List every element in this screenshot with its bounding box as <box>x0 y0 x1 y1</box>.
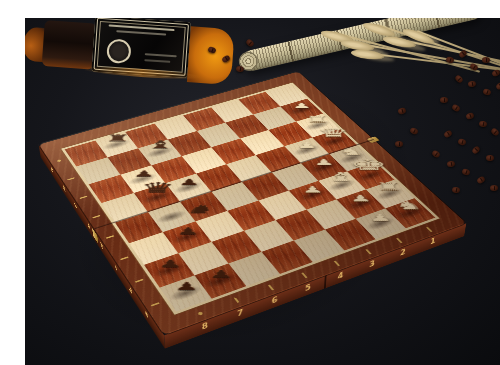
coffee-bean <box>486 155 494 162</box>
coffee-bean <box>461 168 471 176</box>
product-photo: 87654321 hgfedcba ♜♝♟♛♟♞♟♟♟♟♟♜♛♞♚♜♞♟♟♝♟♟… <box>25 18 500 365</box>
rook-icon: ♜ <box>104 133 131 143</box>
bishop-icon: ♝ <box>146 139 176 150</box>
coffee-bean <box>454 74 464 84</box>
square-a7[interactable] <box>195 263 247 298</box>
brass-clasp-icon <box>367 136 380 143</box>
coffee-bean <box>491 69 500 78</box>
bishop-icon: ♝ <box>326 171 357 183</box>
coffee-bean <box>490 185 498 191</box>
coffee-bean <box>447 160 456 167</box>
coffee-bean <box>440 97 448 103</box>
square-d5[interactable] <box>211 182 258 211</box>
coffee-bean <box>482 57 490 63</box>
coffee-bean <box>452 186 461 193</box>
coffee-bean <box>468 80 477 87</box>
coffee-bean <box>451 103 461 112</box>
product-listing-image: 87654321 hgfedcba ♜♝♟♛♟♞♟♟♟♟♟♜♛♞♚♜♞♟♟♝♟♟… <box>0 0 500 365</box>
coffee-bean <box>482 88 492 96</box>
coffee-bean <box>495 81 500 91</box>
pawn-icon: ♟ <box>296 141 317 149</box>
knight-icon: ♞ <box>338 147 365 157</box>
pawn-icon: ♟ <box>313 158 335 166</box>
coffee-bean <box>479 120 488 127</box>
coffee-bean <box>471 145 481 155</box>
pawn-icon: ♟ <box>133 170 155 178</box>
coffee-bean <box>490 127 500 137</box>
pawn-icon: ♟ <box>292 102 312 109</box>
coffee-bean <box>431 149 441 159</box>
square-a5[interactable] <box>262 241 313 274</box>
board-scene: 87654321 hgfedcba ♜♝♟♛♟♞♟♟♟♟♟♜♛♞♚♜♞♟♟♝♟♟… <box>76 18 408 348</box>
coffee-bean <box>443 129 453 138</box>
king-icon: ♚ <box>349 157 389 172</box>
chess-board: 87654321 hgfedcba ♜♝♟♛♟♞♟♟♟♟♟♜♛♞♚♜♞♟♟♝♟♟… <box>39 72 467 336</box>
coffee-bean <box>465 112 475 120</box>
square-a2[interactable] <box>356 208 406 239</box>
coffee-bean <box>476 175 486 184</box>
queen-icon: ♛ <box>317 127 350 139</box>
coffee-bean <box>457 138 466 146</box>
playing-area <box>61 83 439 315</box>
rook-icon: ♜ <box>305 115 330 124</box>
coffee-bean <box>409 127 419 136</box>
